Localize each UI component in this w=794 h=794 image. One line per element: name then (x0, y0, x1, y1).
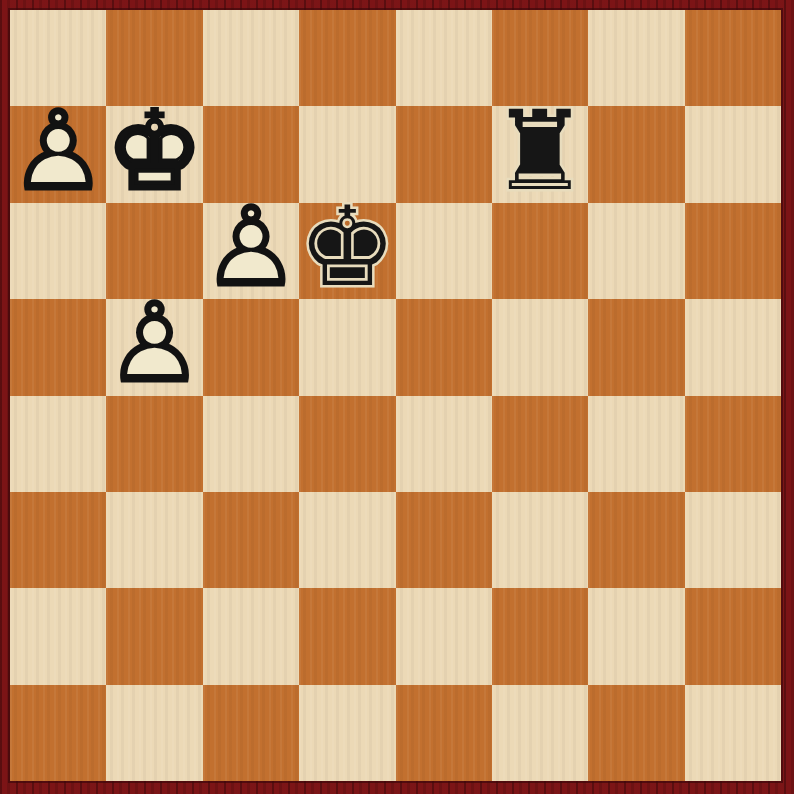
square-d6[interactable]: ♚♚ (299, 203, 395, 299)
piece-white-pawn-c6[interactable]: ♟♙ (203, 203, 299, 299)
square-a6[interactable] (10, 203, 106, 299)
square-b2[interactable] (106, 588, 202, 684)
king-glyph-outline: ♔ (105, 95, 204, 205)
square-h3[interactable] (685, 492, 781, 588)
square-f4[interactable] (492, 396, 588, 492)
square-g6[interactable] (588, 203, 684, 299)
square-d2[interactable] (299, 588, 395, 684)
square-d4[interactable] (299, 396, 395, 492)
square-f6[interactable] (492, 203, 588, 299)
square-f7[interactable]: ♜♜ (492, 106, 588, 202)
square-e4[interactable] (396, 396, 492, 492)
square-b5[interactable]: ♟♙ (106, 299, 202, 395)
piece-white-king-b7[interactable]: ♚♔ (106, 106, 202, 202)
square-b1[interactable] (106, 685, 202, 781)
square-a1[interactable] (10, 685, 106, 781)
square-e3[interactable] (396, 492, 492, 588)
square-c3[interactable] (203, 492, 299, 588)
square-d1[interactable] (299, 685, 395, 781)
square-h1[interactable] (685, 685, 781, 781)
piece-black-king-d6[interactable]: ♚♚ (299, 203, 395, 299)
square-a2[interactable] (10, 588, 106, 684)
square-h4[interactable] (685, 396, 781, 492)
square-f3[interactable] (492, 492, 588, 588)
square-g5[interactable] (588, 299, 684, 395)
square-b7[interactable]: ♚♔ (106, 106, 202, 202)
square-c1[interactable] (203, 685, 299, 781)
chessboard: ♟♙♚♔♜♜♟♙♚♚♟♙ (10, 10, 781, 781)
square-e8[interactable] (396, 10, 492, 106)
king-glyph-fill: ♚ (298, 192, 397, 302)
square-h7[interactable] (685, 106, 781, 202)
square-c6[interactable]: ♟♙ (203, 203, 299, 299)
pawn-glyph-outline: ♙ (105, 288, 204, 398)
square-b3[interactable] (106, 492, 202, 588)
square-a7[interactable]: ♟♙ (10, 106, 106, 202)
piece-black-rook-f7[interactable]: ♜♜ (492, 106, 588, 202)
square-a3[interactable] (10, 492, 106, 588)
square-e6[interactable] (396, 203, 492, 299)
square-c4[interactable] (203, 396, 299, 492)
square-g7[interactable] (588, 106, 684, 202)
rook-glyph-fill: ♜ (491, 95, 590, 205)
board-frame: ♟♙♚♔♜♜♟♙♚♚♟♙ (0, 0, 794, 794)
square-a4[interactable] (10, 396, 106, 492)
square-h5[interactable] (685, 299, 781, 395)
piece-white-pawn-a7[interactable]: ♟♙ (10, 106, 106, 202)
square-h6[interactable] (685, 203, 781, 299)
square-h2[interactable] (685, 588, 781, 684)
square-c5[interactable] (203, 299, 299, 395)
square-g2[interactable] (588, 588, 684, 684)
piece-white-pawn-b5[interactable]: ♟♙ (106, 299, 202, 395)
square-e2[interactable] (396, 588, 492, 684)
square-d8[interactable] (299, 10, 395, 106)
square-c2[interactable] (203, 588, 299, 684)
square-e1[interactable] (396, 685, 492, 781)
square-h8[interactable] (685, 10, 781, 106)
square-g4[interactable] (588, 396, 684, 492)
square-f1[interactable] (492, 685, 588, 781)
square-c8[interactable] (203, 10, 299, 106)
square-d5[interactable] (299, 299, 395, 395)
square-g3[interactable] (588, 492, 684, 588)
square-a5[interactable] (10, 299, 106, 395)
square-e5[interactable] (396, 299, 492, 395)
pawn-glyph-outline: ♙ (9, 95, 108, 205)
square-d3[interactable] (299, 492, 395, 588)
square-f5[interactable] (492, 299, 588, 395)
square-b4[interactable] (106, 396, 202, 492)
square-e7[interactable] (396, 106, 492, 202)
square-g1[interactable] (588, 685, 684, 781)
square-f2[interactable] (492, 588, 588, 684)
pawn-glyph-outline: ♙ (202, 192, 301, 302)
square-g8[interactable] (588, 10, 684, 106)
